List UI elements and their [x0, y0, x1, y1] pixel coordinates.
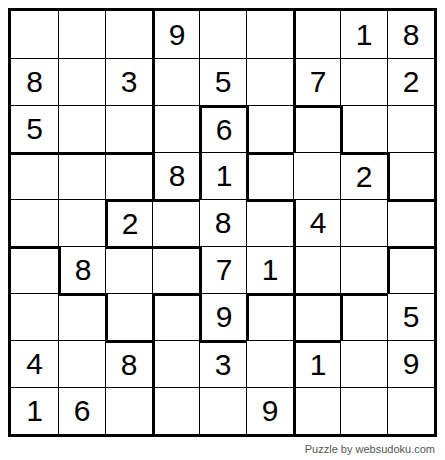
- cell-r9c2[interactable]: 6: [58, 387, 105, 434]
- cell-r2c9[interactable]: 2: [387, 58, 434, 105]
- cell-r4c1[interactable]: [11, 152, 58, 199]
- cell-r8c3[interactable]: 8: [105, 340, 152, 387]
- cell-r7c6[interactable]: [246, 293, 293, 340]
- cell-r2c8[interactable]: [340, 58, 387, 105]
- cell-r8c6[interactable]: [246, 340, 293, 387]
- cell-r6c1[interactable]: [11, 246, 58, 293]
- cell-r7c5[interactable]: 9: [199, 293, 246, 340]
- cell-r3c8[interactable]: [340, 105, 387, 152]
- cell-r4c7[interactable]: [293, 152, 340, 199]
- cell-r7c9[interactable]: 5: [387, 293, 434, 340]
- cell-r4c8[interactable]: 2: [340, 152, 387, 199]
- cell-r5c9[interactable]: [387, 199, 434, 246]
- cell-r6c7[interactable]: [293, 246, 340, 293]
- cell-r9c1[interactable]: 1: [11, 387, 58, 434]
- cell-r4c3[interactable]: [105, 152, 152, 199]
- cell-r2c4[interactable]: [152, 58, 199, 105]
- cell-r5c7[interactable]: 4: [293, 199, 340, 246]
- cell-r2c7[interactable]: 7: [293, 58, 340, 105]
- cell-r8c4[interactable]: [152, 340, 199, 387]
- cell-r1c2[interactable]: [58, 11, 105, 58]
- cell-r7c4[interactable]: [152, 293, 199, 340]
- cell-r2c5[interactable]: 5: [199, 58, 246, 105]
- cell-r9c3[interactable]: [105, 387, 152, 434]
- cell-r1c3[interactable]: [105, 11, 152, 58]
- cell-r8c1[interactable]: 4: [11, 340, 58, 387]
- sudoku-page: 91883572568122848719548319169 Puzzle by …: [0, 0, 445, 460]
- cell-r9c9[interactable]: [387, 387, 434, 434]
- cell-r1c7[interactable]: [293, 11, 340, 58]
- cell-r9c4[interactable]: [152, 387, 199, 434]
- cell-r5c4[interactable]: [152, 199, 199, 246]
- cell-r3c4[interactable]: [152, 105, 199, 152]
- cell-r4c5[interactable]: 1: [199, 152, 246, 199]
- cell-r9c6[interactable]: 9: [246, 387, 293, 434]
- cell-r7c7[interactable]: [293, 293, 340, 340]
- cell-r7c8[interactable]: [340, 293, 387, 340]
- cell-r1c5[interactable]: [199, 11, 246, 58]
- sudoku-board: 91883572568122848719548319169: [8, 8, 437, 437]
- cell-r2c2[interactable]: [58, 58, 105, 105]
- cell-r9c7[interactable]: [293, 387, 340, 434]
- cell-r6c3[interactable]: [105, 246, 152, 293]
- cell-r5c5[interactable]: 8: [199, 199, 246, 246]
- cell-r7c3[interactable]: [105, 293, 152, 340]
- cell-r6c4[interactable]: [152, 246, 199, 293]
- cell-r4c9[interactable]: [387, 152, 434, 199]
- cell-r2c6[interactable]: [246, 58, 293, 105]
- cell-r9c5[interactable]: [199, 387, 246, 434]
- cell-r1c1[interactable]: [11, 11, 58, 58]
- cell-r4c4[interactable]: 8: [152, 152, 199, 199]
- cell-r5c2[interactable]: [58, 199, 105, 246]
- cell-r1c8[interactable]: 1: [340, 11, 387, 58]
- cell-r3c1[interactable]: 5: [11, 105, 58, 152]
- cell-r6c5[interactable]: 7: [199, 246, 246, 293]
- cell-r2c1[interactable]: 8: [11, 58, 58, 105]
- cell-r8c8[interactable]: [340, 340, 387, 387]
- cell-r8c7[interactable]: 1: [293, 340, 340, 387]
- cell-r6c2[interactable]: 8: [58, 246, 105, 293]
- cell-r5c3[interactable]: 2: [105, 199, 152, 246]
- cell-r5c8[interactable]: [340, 199, 387, 246]
- cell-r1c6[interactable]: [246, 11, 293, 58]
- cell-r2c3[interactable]: 3: [105, 58, 152, 105]
- cell-r8c5[interactable]: 3: [199, 340, 246, 387]
- cell-r5c1[interactable]: [11, 199, 58, 246]
- cell-r6c6[interactable]: 1: [246, 246, 293, 293]
- cell-r6c8[interactable]: [340, 246, 387, 293]
- cell-r6c9[interactable]: [387, 246, 434, 293]
- cell-r7c2[interactable]: [58, 293, 105, 340]
- cell-r3c5[interactable]: 6: [199, 105, 246, 152]
- cell-r7c1[interactable]: [11, 293, 58, 340]
- cell-r4c6[interactable]: [246, 152, 293, 199]
- cell-r1c4[interactable]: 9: [152, 11, 199, 58]
- cell-r8c9[interactable]: 9: [387, 340, 434, 387]
- cell-r3c9[interactable]: [387, 105, 434, 152]
- cell-r5c6[interactable]: [246, 199, 293, 246]
- cell-r1c9[interactable]: 8: [387, 11, 434, 58]
- cell-r9c8[interactable]: [340, 387, 387, 434]
- cell-r3c2[interactable]: [58, 105, 105, 152]
- cell-r8c2[interactable]: [58, 340, 105, 387]
- cell-r3c6[interactable]: [246, 105, 293, 152]
- cell-r4c2[interactable]: [58, 152, 105, 199]
- puzzle-credit: Puzzle by websudoku.com: [305, 443, 435, 455]
- cell-r3c7[interactable]: [293, 105, 340, 152]
- cell-r3c3[interactable]: [105, 105, 152, 152]
